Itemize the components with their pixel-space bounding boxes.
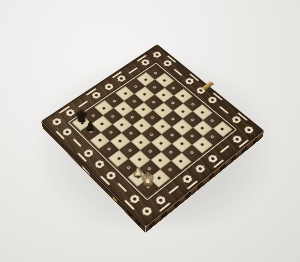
peg-hole: [161, 109, 165, 112]
square-b2: [139, 160, 160, 178]
peg-hole: [149, 132, 153, 135]
peg-hole: [200, 143, 204, 147]
bone-ring-inlay: [180, 173, 194, 185]
peg-hole: [128, 148, 132, 152]
peg-hole: [158, 158, 162, 162]
bone-dash-inlay: [173, 69, 182, 77]
peg-hole: [153, 71, 157, 74]
bone-ring-inlay: [193, 163, 206, 174]
bone-ring-inlay: [82, 148, 95, 159]
peg-hole: [162, 93, 166, 96]
peg-hole: [179, 159, 183, 163]
square-g1: [202, 129, 222, 146]
peg-hole: [221, 127, 225, 130]
peg-hole: [181, 94, 185, 97]
peg-hole: [116, 157, 120, 161]
bone-dash-inlay: [219, 145, 230, 153]
bone-ring-inlay: [139, 58, 151, 67]
peg-hole: [118, 139, 122, 143]
photo-of-travel-chess-set: ♜♞♝♛♚♝♞♜♟♟♟♟♟♟♟♟♟♟♟♟♟♟♟♟♜♞♝♛♚♝♞♜: [0, 0, 300, 262]
bone-ring-inlay: [242, 125, 255, 135]
peg-hole: [129, 132, 133, 135]
bone-ring-inlay: [93, 159, 106, 170]
peg-hole: [89, 130, 93, 133]
peg-hole: [190, 134, 194, 138]
bone-ring-inlay: [206, 153, 219, 164]
square-c4: [130, 134, 150, 151]
square-b4: [119, 142, 140, 159]
square-a3: [118, 159, 139, 177]
peg-hole: [107, 148, 111, 152]
peg-hole: [190, 118, 194, 121]
bone-ring-inlay: [153, 194, 167, 206]
bone-dash-inlay: [78, 100, 89, 108]
peg-hole: [210, 119, 214, 122]
square-b6: [101, 124, 121, 141]
bone-ring-inlay: [151, 50, 163, 59]
square-d2: [161, 143, 182, 160]
peg-hole: [131, 115, 135, 118]
square-c3: [140, 143, 161, 160]
square-a2: [127, 168, 148, 186]
peg-hole: [163, 79, 167, 82]
square-d3: [151, 135, 172, 152]
peg-hole: [102, 106, 106, 109]
bone-dash-inlay: [219, 106, 229, 114]
square-a6: [90, 132, 110, 149]
bone-dash-inlay: [117, 182, 127, 192]
bone-ring-inlay: [230, 134, 243, 145]
square-a1: [137, 178, 159, 197]
square-e1: [181, 144, 202, 161]
piece-storage-hole: [149, 220, 156, 229]
peg-hole: [136, 175, 140, 179]
peg-hole: [100, 122, 104, 125]
bone-ring-inlay: [90, 91, 102, 101]
square-f1: [192, 136, 213, 153]
square-c1: [160, 161, 181, 179]
bone-ring-inlay: [50, 117, 63, 127]
square-b3: [129, 151, 150, 169]
peg-hole: [148, 149, 152, 153]
peg-hole: [200, 126, 204, 129]
peg-hole: [181, 110, 185, 113]
peg-hole: [91, 114, 95, 117]
peg-hole: [190, 151, 194, 155]
square-c5: [121, 125, 141, 142]
bone-ring-inlay: [60, 127, 73, 137]
square-d4: [141, 126, 161, 143]
peg-hole: [147, 167, 151, 171]
peg-hole: [132, 100, 136, 103]
peg-hole: [200, 110, 204, 113]
peg-hole: [120, 123, 124, 126]
square-d1: [171, 153, 192, 171]
peg-hole: [150, 116, 154, 119]
peg-hole: [141, 108, 145, 111]
bone-ring-inlay: [139, 205, 153, 217]
bone-ring-inlay: [104, 170, 117, 182]
square-e2: [171, 136, 192, 153]
square-f2: [182, 128, 202, 145]
peg-hole: [133, 85, 137, 88]
peg-hole: [169, 150, 173, 154]
peg-hole: [109, 131, 113, 134]
peg-hole: [80, 121, 84, 124]
peg-hole: [121, 107, 125, 110]
peg-hole: [180, 142, 184, 146]
peg-hole: [140, 124, 144, 127]
peg-hole: [172, 86, 176, 89]
peg-hole: [152, 86, 156, 89]
peg-hole: [151, 101, 155, 104]
peg-hole: [210, 135, 214, 139]
peg-hole: [146, 185, 151, 189]
bone-dash-inlay: [128, 67, 138, 74]
peg-hole: [168, 168, 172, 172]
bone-dash-inlay: [72, 138, 82, 147]
peg-hole: [160, 125, 164, 128]
bone-ring-inlay: [115, 74, 127, 83]
square-c2: [150, 152, 171, 170]
square-b5: [110, 133, 130, 150]
peg-hole: [191, 102, 195, 105]
peg-hole: [142, 93, 146, 96]
peg-hole: [170, 133, 174, 137]
bone-ring-inlay: [127, 193, 141, 205]
peg-hole: [159, 141, 163, 145]
piece-storage-hole: [135, 218, 141, 228]
peg-hole: [111, 115, 115, 118]
square-a5: [99, 141, 120, 158]
peg-hole: [139, 140, 143, 144]
peg-hole: [123, 92, 127, 95]
peg-hole: [126, 166, 130, 170]
square-b1: [149, 169, 170, 187]
peg-hole: [112, 99, 116, 102]
peg-hole: [180, 126, 184, 129]
bone-ring-inlay: [103, 82, 115, 91]
square-a4: [108, 150, 129, 168]
peg-hole: [143, 78, 147, 81]
peg-hole: [137, 158, 141, 162]
peg-hole: [170, 117, 174, 120]
peg-hole: [157, 176, 161, 180]
peg-hole: [171, 101, 175, 104]
bone-dash-inlay: [168, 185, 179, 194]
square-e3: [162, 127, 182, 144]
peg-hole: [98, 139, 102, 143]
